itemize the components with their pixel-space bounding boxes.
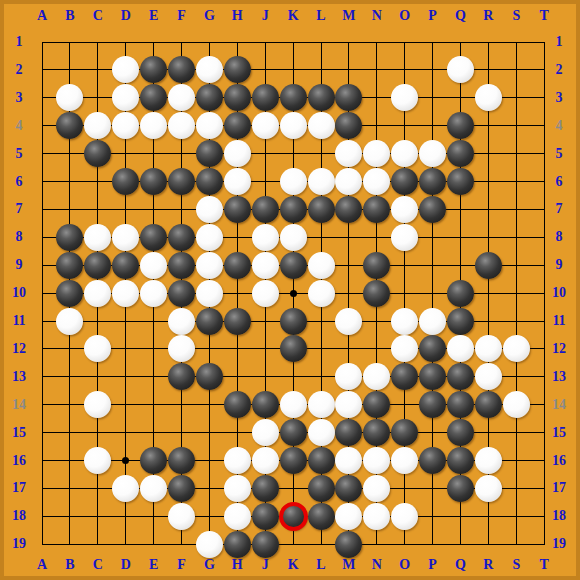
stone-white-D4[interactable]: [112, 112, 139, 139]
col-label-bottom-H: H: [225, 557, 249, 573]
stone-white-D8[interactable]: [112, 224, 139, 251]
row-label-right-8: 8: [547, 229, 571, 245]
stone-black-C5[interactable]: [84, 140, 111, 167]
stone-black-N10[interactable]: [363, 280, 390, 307]
stone-black-E3[interactable]: [140, 84, 167, 111]
col-label-top-L: L: [309, 8, 333, 24]
stone-white-N17[interactable]: [363, 475, 390, 502]
stone-black-F8[interactable]: [168, 224, 195, 251]
stone-black-H7[interactable]: [224, 196, 251, 223]
stone-white-L9[interactable]: [308, 252, 335, 279]
stone-white-O16[interactable]: [391, 447, 418, 474]
stone-white-Q2[interactable]: [447, 56, 474, 83]
row-label-left-12: 12: [7, 341, 31, 357]
stone-white-C4[interactable]: [84, 112, 111, 139]
stone-black-Q4[interactable]: [447, 112, 474, 139]
stone-white-H16[interactable]: [224, 447, 251, 474]
stone-black-B8[interactable]: [56, 224, 83, 251]
stone-black-E8[interactable]: [140, 224, 167, 251]
stone-black-K11[interactable]: [280, 308, 307, 335]
star-point-D16: [122, 457, 129, 464]
col-label-bottom-C: C: [86, 557, 110, 573]
stone-white-J10[interactable]: [252, 280, 279, 307]
col-label-bottom-E: E: [142, 557, 166, 573]
row-label-left-9: 9: [7, 257, 31, 273]
col-label-bottom-M: M: [337, 557, 361, 573]
stone-black-L18[interactable]: [308, 503, 335, 530]
stone-black-P12[interactable]: [419, 335, 446, 362]
col-label-bottom-G: G: [197, 557, 221, 573]
stone-white-G2[interactable]: [196, 56, 223, 83]
stone-black-M4[interactable]: [335, 112, 362, 139]
stone-black-D9[interactable]: [112, 252, 139, 279]
stone-white-N5[interactable]: [363, 140, 390, 167]
stone-white-E9[interactable]: [140, 252, 167, 279]
stone-black-L16[interactable]: [308, 447, 335, 474]
stone-black-N7[interactable]: [363, 196, 390, 223]
stone-black-F6[interactable]: [168, 168, 195, 195]
stone-black-E16[interactable]: [140, 447, 167, 474]
stone-black-D6[interactable]: [112, 168, 139, 195]
col-label-bottom-P: P: [421, 557, 445, 573]
stone-white-N16[interactable]: [363, 447, 390, 474]
col-label-bottom-F: F: [170, 557, 194, 573]
stone-white-R16[interactable]: [475, 447, 502, 474]
stone-black-P16[interactable]: [419, 447, 446, 474]
stone-black-M3[interactable]: [335, 84, 362, 111]
col-label-bottom-O: O: [393, 557, 417, 573]
stone-black-Q14[interactable]: [447, 391, 474, 418]
stone-white-G4[interactable]: [196, 112, 223, 139]
stone-white-P11[interactable]: [419, 308, 446, 335]
col-label-bottom-T: T: [532, 557, 556, 573]
stone-white-R17[interactable]: [475, 475, 502, 502]
stone-white-K14[interactable]: [280, 391, 307, 418]
stone-white-H6[interactable]: [224, 168, 251, 195]
col-label-bottom-B: B: [58, 557, 82, 573]
row-label-right-11: 11: [547, 313, 571, 329]
stone-white-J9[interactable]: [252, 252, 279, 279]
stone-white-M6[interactable]: [335, 168, 362, 195]
stone-white-J4[interactable]: [252, 112, 279, 139]
stone-black-O15[interactable]: [391, 419, 418, 446]
stone-white-E4[interactable]: [140, 112, 167, 139]
stone-white-H17[interactable]: [224, 475, 251, 502]
stone-black-Q6[interactable]: [447, 168, 474, 195]
col-label-top-A: A: [30, 8, 54, 24]
stone-white-G9[interactable]: [196, 252, 223, 279]
stone-white-L15[interactable]: [308, 419, 335, 446]
col-label-bottom-Q: Q: [449, 557, 473, 573]
stone-white-C10[interactable]: [84, 280, 111, 307]
row-label-right-3: 3: [547, 90, 571, 106]
stone-white-F4[interactable]: [168, 112, 195, 139]
stone-black-F9[interactable]: [168, 252, 195, 279]
stone-black-H2[interactable]: [224, 56, 251, 83]
stone-white-F11[interactable]: [168, 308, 195, 335]
stone-black-Q5[interactable]: [447, 140, 474, 167]
stone-white-Q12[interactable]: [447, 335, 474, 362]
stone-white-D3[interactable]: [112, 84, 139, 111]
stone-black-G13[interactable]: [196, 363, 223, 390]
row-label-left-3: 3: [7, 90, 31, 106]
stone-white-K4[interactable]: [280, 112, 307, 139]
row-label-right-5: 5: [547, 146, 571, 162]
stone-white-M14[interactable]: [335, 391, 362, 418]
row-label-right-12: 12: [547, 341, 571, 357]
stone-white-G7[interactable]: [196, 196, 223, 223]
stone-black-F10[interactable]: [168, 280, 195, 307]
stone-black-F13[interactable]: [168, 363, 195, 390]
stone-white-M13[interactable]: [335, 363, 362, 390]
col-label-bottom-A: A: [30, 557, 54, 573]
stone-black-R9[interactable]: [475, 252, 502, 279]
stone-white-G8[interactable]: [196, 224, 223, 251]
stone-black-G5[interactable]: [196, 140, 223, 167]
stone-black-K16[interactable]: [280, 447, 307, 474]
stone-white-M5[interactable]: [335, 140, 362, 167]
stone-black-B9[interactable]: [56, 252, 83, 279]
stone-black-E6[interactable]: [140, 168, 167, 195]
stone-white-O12[interactable]: [391, 335, 418, 362]
stone-white-L10[interactable]: [308, 280, 335, 307]
stone-white-N13[interactable]: [363, 363, 390, 390]
stone-black-H14[interactable]: [224, 391, 251, 418]
stone-white-G10[interactable]: [196, 280, 223, 307]
row-label-left-15: 15: [7, 425, 31, 441]
stone-white-L6[interactable]: [308, 168, 335, 195]
stone-black-G11[interactable]: [196, 308, 223, 335]
stone-black-J3[interactable]: [252, 84, 279, 111]
col-label-top-Q: Q: [449, 8, 473, 24]
row-label-right-19: 19: [547, 536, 571, 552]
stone-white-M16[interactable]: [335, 447, 362, 474]
row-label-left-19: 19: [7, 536, 31, 552]
stone-white-O5[interactable]: [391, 140, 418, 167]
col-label-bottom-R: R: [476, 557, 500, 573]
stone-white-M11[interactable]: [335, 308, 362, 335]
row-label-right-7: 7: [547, 201, 571, 217]
col-label-bottom-K: K: [281, 557, 305, 573]
row-label-right-15: 15: [547, 425, 571, 441]
stone-black-M17[interactable]: [335, 475, 362, 502]
stone-black-P6[interactable]: [419, 168, 446, 195]
stone-white-C14[interactable]: [84, 391, 111, 418]
row-label-left-5: 5: [7, 146, 31, 162]
stone-white-C16[interactable]: [84, 447, 111, 474]
row-label-right-13: 13: [547, 369, 571, 385]
stone-black-E2[interactable]: [140, 56, 167, 83]
stone-white-F18[interactable]: [168, 503, 195, 530]
stone-black-F2[interactable]: [168, 56, 195, 83]
col-label-top-D: D: [114, 8, 138, 24]
row-label-left-18: 18: [7, 508, 31, 524]
stone-black-J7[interactable]: [252, 196, 279, 223]
row-label-right-14: 14: [547, 397, 571, 413]
stone-black-F16[interactable]: [168, 447, 195, 474]
col-label-top-R: R: [476, 8, 500, 24]
stone-black-J14[interactable]: [252, 391, 279, 418]
col-label-bottom-S: S: [504, 557, 528, 573]
row-label-left-4: 4: [7, 118, 31, 134]
stone-black-Q15[interactable]: [447, 419, 474, 446]
row-label-left-17: 17: [7, 480, 31, 496]
stone-black-K12[interactable]: [280, 335, 307, 362]
stone-white-E10[interactable]: [140, 280, 167, 307]
row-label-left-2: 2: [7, 62, 31, 78]
stone-black-L17[interactable]: [308, 475, 335, 502]
row-label-left-1: 1: [7, 34, 31, 50]
stone-black-L7[interactable]: [308, 196, 335, 223]
stone-white-B11[interactable]: [56, 308, 83, 335]
stone-black-N14[interactable]: [363, 391, 390, 418]
stone-white-D10[interactable]: [112, 280, 139, 307]
stone-black-K15[interactable]: [280, 419, 307, 446]
col-label-top-F: F: [170, 8, 194, 24]
col-label-bottom-N: N: [365, 557, 389, 573]
star-point-K10: [290, 290, 297, 297]
row-label-right-17: 17: [547, 480, 571, 496]
stone-white-J16[interactable]: [252, 447, 279, 474]
col-label-top-S: S: [504, 8, 528, 24]
stone-white-S14[interactable]: [503, 391, 530, 418]
stone-black-O13[interactable]: [391, 363, 418, 390]
stone-white-F12[interactable]: [168, 335, 195, 362]
stone-white-G19[interactable]: [196, 531, 223, 558]
col-label-bottom-L: L: [309, 557, 333, 573]
stone-black-G3[interactable]: [196, 84, 223, 111]
row-label-right-9: 9: [547, 257, 571, 273]
stone-white-J15[interactable]: [252, 419, 279, 446]
stone-white-O7[interactable]: [391, 196, 418, 223]
col-label-top-G: G: [197, 8, 221, 24]
col-label-bottom-J: J: [253, 557, 277, 573]
stone-black-P7[interactable]: [419, 196, 446, 223]
stone-black-O6[interactable]: [391, 168, 418, 195]
grid-line-vertical: [544, 42, 545, 545]
col-label-top-C: C: [86, 8, 110, 24]
stone-black-H11[interactable]: [224, 308, 251, 335]
row-label-right-4: 4: [547, 118, 571, 134]
row-label-left-8: 8: [7, 229, 31, 245]
col-label-top-H: H: [225, 8, 249, 24]
row-label-right-2: 2: [547, 62, 571, 78]
row-label-left-7: 7: [7, 201, 31, 217]
stone-white-N18[interactable]: [363, 503, 390, 530]
col-label-top-E: E: [142, 8, 166, 24]
row-label-left-13: 13: [7, 369, 31, 385]
stone-white-H5[interactable]: [224, 140, 251, 167]
stone-white-E17[interactable]: [140, 475, 167, 502]
col-label-top-B: B: [58, 8, 82, 24]
stone-black-J17[interactable]: [252, 475, 279, 502]
stone-white-S12[interactable]: [503, 335, 530, 362]
stone-black-M7[interactable]: [335, 196, 362, 223]
stone-black-K7[interactable]: [280, 196, 307, 223]
col-label-top-K: K: [281, 8, 305, 24]
stone-white-O3[interactable]: [391, 84, 418, 111]
stone-black-L3[interactable]: [308, 84, 335, 111]
row-label-right-6: 6: [547, 174, 571, 190]
stone-white-C12[interactable]: [84, 335, 111, 362]
row-label-right-18: 18: [547, 508, 571, 524]
stone-white-D2[interactable]: [112, 56, 139, 83]
stone-white-R12[interactable]: [475, 335, 502, 362]
col-label-top-P: P: [421, 8, 445, 24]
col-label-top-O: O: [393, 8, 417, 24]
stone-black-J18[interactable]: [252, 503, 279, 530]
stone-black-Q11[interactable]: [447, 308, 474, 335]
row-label-right-16: 16: [547, 453, 571, 469]
stone-black-H4[interactable]: [224, 112, 251, 139]
stone-white-L4[interactable]: [308, 112, 335, 139]
stone-black-Q16[interactable]: [447, 447, 474, 474]
stone-black-M19[interactable]: [335, 531, 362, 558]
go-board[interactable]: AABBCCDDEEFFGGHHJJKKLLMMNNOOPPQQRRSSTT11…: [0, 0, 580, 580]
stone-black-K3[interactable]: [280, 84, 307, 111]
stone-white-J8[interactable]: [252, 224, 279, 251]
stone-white-F3[interactable]: [168, 84, 195, 111]
stone-white-R13[interactable]: [475, 363, 502, 390]
stone-black-N15[interactable]: [363, 419, 390, 446]
stone-white-B3[interactable]: [56, 84, 83, 111]
stone-black-Q13[interactable]: [447, 363, 474, 390]
stone-white-H18[interactable]: [224, 503, 251, 530]
stone-black-G6[interactable]: [196, 168, 223, 195]
stone-white-C8[interactable]: [84, 224, 111, 251]
stone-white-O18[interactable]: [391, 503, 418, 530]
stone-black-P14[interactable]: [419, 391, 446, 418]
stone-white-O11[interactable]: [391, 308, 418, 335]
grid-line-horizontal: [42, 544, 545, 545]
row-label-left-14: 14: [7, 397, 31, 413]
row-label-right-1: 1: [547, 34, 571, 50]
stone-black-J19[interactable]: [252, 531, 279, 558]
stone-black-H19[interactable]: [224, 531, 251, 558]
stone-black-B4[interactable]: [56, 112, 83, 139]
stone-black-M15[interactable]: [335, 419, 362, 446]
row-label-right-10: 10: [547, 285, 571, 301]
row-label-left-10: 10: [7, 285, 31, 301]
col-label-top-N: N: [365, 8, 389, 24]
col-label-bottom-D: D: [114, 557, 138, 573]
stone-black-K9[interactable]: [280, 252, 307, 279]
stone-black-P13[interactable]: [419, 363, 446, 390]
row-label-left-6: 6: [7, 174, 31, 190]
col-label-top-J: J: [253, 8, 277, 24]
stone-black-R14[interactable]: [475, 391, 502, 418]
stone-black-F17[interactable]: [168, 475, 195, 502]
row-label-left-11: 11: [7, 313, 31, 329]
stone-white-R3[interactable]: [475, 84, 502, 111]
stone-black-Q10[interactable]: [447, 280, 474, 307]
grid-line-vertical: [516, 42, 517, 545]
stone-black-H9[interactable]: [224, 252, 251, 279]
stone-white-D17[interactable]: [112, 475, 139, 502]
stone-black-Q17[interactable]: [447, 475, 474, 502]
stone-black-H3[interactable]: [224, 84, 251, 111]
stone-black-N9[interactable]: [363, 252, 390, 279]
last-move-marker: [279, 502, 308, 531]
stone-black-B10[interactable]: [56, 280, 83, 307]
stone-white-K6[interactable]: [280, 168, 307, 195]
stone-white-N6[interactable]: [363, 168, 390, 195]
stone-white-M18[interactable]: [335, 503, 362, 530]
stone-black-C9[interactable]: [84, 252, 111, 279]
stone-white-O8[interactable]: [391, 224, 418, 251]
stone-white-L14[interactable]: [308, 391, 335, 418]
col-label-top-T: T: [532, 8, 556, 24]
stone-white-K8[interactable]: [280, 224, 307, 251]
col-label-top-M: M: [337, 8, 361, 24]
stone-white-P5[interactable]: [419, 140, 446, 167]
row-label-left-16: 16: [7, 453, 31, 469]
